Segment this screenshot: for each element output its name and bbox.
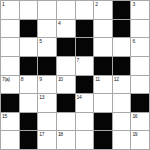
white-cell[interactable]: 14 [76,94,94,112]
white-cell[interactable] [94,38,112,56]
white-cell[interactable]: 6 [131,38,149,56]
white-cell[interactable] [1,57,19,75]
clue-number: 15 [2,113,7,119]
clue-number: 16 [132,113,137,119]
white-cell[interactable] [20,38,38,56]
black-cell [113,20,131,38]
clue-number: 6 [132,38,134,44]
white-cell[interactable]: 12 [113,76,131,94]
white-cell[interactable] [57,57,75,75]
white-cell[interactable]: 7 [76,57,94,75]
black-cell [57,94,75,112]
black-cell [38,57,56,75]
white-cell[interactable] [113,38,131,56]
black-cell [113,57,131,75]
white-cell[interactable] [76,113,94,131]
clue-number: 2 [95,1,97,7]
white-cell[interactable]: 13 [38,94,56,112]
clue-number: 18 [58,131,63,137]
white-cell[interactable] [94,94,112,112]
white-cell[interactable]: 5 [38,38,56,56]
black-cell [76,76,94,94]
clue-number: 19 [132,131,137,137]
white-cell[interactable] [113,94,131,112]
white-cell[interactable] [57,1,75,19]
white-cell[interactable] [1,131,19,149]
white-cell[interactable]: 4 [57,20,75,38]
clue-number: 13 [39,94,44,100]
black-cell [76,20,94,38]
black-cell [1,94,19,112]
white-cell[interactable] [113,113,131,131]
white-cell[interactable] [1,20,19,38]
clue-number: 17 [39,131,44,137]
clue-number: 14 [77,94,82,100]
clue-number: 10 [58,76,63,82]
white-cell[interactable]: 10 [57,76,75,94]
clue-number: 11 [95,76,100,82]
white-cell[interactable] [57,113,75,131]
white-cell[interactable] [20,1,38,19]
white-cell[interactable]: 19 [131,131,149,149]
white-cell[interactable] [131,20,149,38]
clue-number: 7 [77,57,79,63]
black-cell [20,131,38,149]
black-cell [20,113,38,131]
white-cell[interactable]: 16 [131,113,149,131]
crossword-grid: 12345677(a)8910111213141516171819 [0,0,150,150]
white-cell[interactable]: 7(a) [1,76,19,94]
black-cell [94,57,112,75]
black-cell [113,1,131,19]
white-cell[interactable] [76,1,94,19]
white-cell[interactable] [38,1,56,19]
white-cell[interactable]: 9 [38,76,56,94]
white-cell[interactable] [131,76,149,94]
white-cell[interactable] [20,94,38,112]
white-cell[interactable]: 8 [20,76,38,94]
clue-number: 1 [2,1,4,7]
black-cell [20,20,38,38]
clue-number: 7(a) [2,76,10,82]
white-cell[interactable]: 18 [57,131,75,149]
white-cell[interactable] [38,20,56,38]
black-cell [57,38,75,56]
clue-number: 12 [114,76,119,82]
white-cell[interactable]: 2 [94,1,112,19]
white-cell[interactable] [1,38,19,56]
black-cell [94,131,112,149]
black-cell [131,94,149,112]
clue-number: 4 [58,20,60,26]
black-cell [20,57,38,75]
white-cell[interactable]: 1 [1,1,19,19]
clue-number: 8 [21,76,23,82]
clue-number: 9 [39,76,41,82]
white-cell[interactable]: 3 [131,1,149,19]
white-cell[interactable]: 11 [94,76,112,94]
white-cell[interactable] [94,20,112,38]
clue-number: 3 [132,1,134,7]
white-cell[interactable]: 17 [38,131,56,149]
clue-number: 5 [39,38,41,44]
white-cell[interactable] [113,131,131,149]
white-cell[interactable] [38,113,56,131]
black-cell [94,113,112,131]
white-cell[interactable] [76,131,94,149]
white-cell[interactable] [131,57,149,75]
black-cell [76,38,94,56]
crossword-board: 12345677(a)8910111213141516171819 [0,0,150,150]
white-cell[interactable]: 15 [1,113,19,131]
